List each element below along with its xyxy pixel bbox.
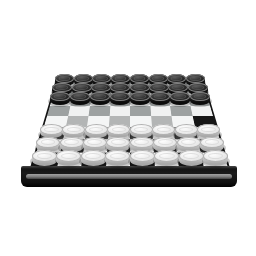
piece-top-face <box>60 137 84 148</box>
piece-groove-ring <box>85 153 101 159</box>
checker-piece-black-r2c1[interactable] <box>70 92 91 105</box>
piece-top-face <box>168 83 188 92</box>
pieces-layer <box>0 0 256 256</box>
piece-groove-ring <box>67 127 81 133</box>
checkers-icon <box>0 0 256 256</box>
piece-top-face <box>83 137 107 148</box>
piece-top-face <box>170 92 191 101</box>
piece-groove-ring <box>61 153 77 159</box>
piece-top-face <box>130 92 151 101</box>
piece-top-face <box>130 150 155 162</box>
checker-piece-black-r2c3[interactable] <box>110 92 131 105</box>
piece-groove-ring <box>172 85 184 90</box>
piece-top-face <box>106 137 130 148</box>
piece-top-face <box>32 150 57 162</box>
piece-top-face <box>36 137 60 148</box>
piece-top-face <box>190 92 211 101</box>
piece-groove-ring <box>95 85 107 90</box>
piece-groove-ring <box>171 76 183 80</box>
piece-top-face <box>52 83 72 92</box>
checker-piece-white-r7c6[interactable] <box>179 150 204 166</box>
piece-top-face <box>92 74 111 83</box>
piece-top-face <box>40 124 63 135</box>
piece-groove-ring <box>183 153 199 159</box>
piece-top-face <box>153 137 177 148</box>
piece-groove-ring <box>134 153 150 159</box>
piece-groove-ring <box>89 127 103 133</box>
piece-groove-ring <box>152 76 164 80</box>
checker-piece-black-r2c4[interactable] <box>130 92 151 105</box>
piece-top-face <box>70 92 91 101</box>
piece-top-face <box>74 74 93 83</box>
piece-groove-ring <box>157 127 171 133</box>
piece-top-face <box>177 137 201 148</box>
piece-top-face <box>110 92 131 101</box>
checker-piece-white-r7c2[interactable] <box>81 150 106 166</box>
piece-top-face <box>149 83 169 92</box>
checker-piece-white-r7c5[interactable] <box>154 150 179 166</box>
piece-top-face <box>200 137 224 148</box>
piece-groove-ring <box>77 76 89 80</box>
piece-top-face <box>152 124 175 135</box>
piece-top-face <box>186 74 205 83</box>
checker-piece-white-r7c4[interactable] <box>130 150 155 166</box>
piece-groove-ring <box>154 94 167 99</box>
piece-groove-ring <box>44 127 58 133</box>
piece-groove-ring <box>64 139 79 145</box>
checker-piece-black-r2c5[interactable] <box>150 92 171 105</box>
piece-groove-ring <box>56 85 68 90</box>
checker-piece-black-r2c6[interactable] <box>170 92 191 105</box>
piece-groove-ring <box>134 94 147 99</box>
piece-groove-ring <box>181 139 196 145</box>
piece-groove-ring <box>158 139 173 145</box>
checker-piece-white-r7c1[interactable] <box>56 150 81 166</box>
piece-groove-ring <box>194 94 207 99</box>
piece-groove-ring <box>134 85 146 90</box>
piece-groove-ring <box>205 139 220 145</box>
piece-groove-ring <box>192 85 204 90</box>
piece-groove-ring <box>110 153 126 159</box>
piece-top-face <box>150 92 171 101</box>
piece-top-face <box>90 92 111 101</box>
piece-top-face <box>105 150 130 162</box>
piece-top-face <box>175 124 198 135</box>
piece-groove-ring <box>153 85 165 90</box>
piece-top-face <box>188 83 208 92</box>
piece-groove-ring <box>134 76 146 80</box>
piece-top-face <box>130 124 153 135</box>
piece-top-face <box>130 137 154 148</box>
checker-piece-black-r2c2[interactable] <box>90 92 111 105</box>
piece-groove-ring <box>201 127 215 133</box>
piece-groove-ring <box>59 76 71 80</box>
piece-groove-ring <box>96 76 108 80</box>
piece-groove-ring <box>134 139 149 145</box>
checker-piece-white-r5c0[interactable] <box>40 124 63 138</box>
piece-groove-ring <box>76 85 88 90</box>
piece-groove-ring <box>114 85 126 90</box>
piece-top-face <box>50 92 71 101</box>
piece-groove-ring <box>112 127 126 133</box>
checker-piece-white-r7c3[interactable] <box>105 150 130 166</box>
piece-top-face <box>149 74 168 83</box>
piece-top-face <box>81 150 106 162</box>
piece-groove-ring <box>179 127 193 133</box>
piece-top-face <box>62 124 85 135</box>
checker-piece-black-r2c0[interactable] <box>50 92 71 105</box>
piece-groove-ring <box>54 94 67 99</box>
piece-groove-ring <box>174 94 187 99</box>
piece-top-face <box>85 124 108 135</box>
piece-groove-ring <box>74 94 87 99</box>
piece-top-face <box>130 74 149 83</box>
piece-top-face <box>107 124 130 135</box>
piece-groove-ring <box>37 153 53 159</box>
piece-groove-ring <box>111 139 126 145</box>
piece-groove-ring <box>114 94 127 99</box>
piece-top-face <box>72 83 92 92</box>
piece-groove-ring <box>41 139 56 145</box>
piece-groove-ring <box>208 153 224 159</box>
piece-top-face <box>110 83 130 92</box>
checker-piece-black-r2c7[interactable] <box>190 92 211 105</box>
checker-piece-white-r7c0[interactable] <box>32 150 57 166</box>
piece-top-face <box>179 150 204 162</box>
piece-top-face <box>130 83 150 92</box>
piece-top-face <box>56 150 81 162</box>
piece-groove-ring <box>159 153 175 159</box>
piece-top-face <box>197 124 220 135</box>
piece-top-face <box>154 150 179 162</box>
piece-groove-ring <box>190 76 202 80</box>
piece-groove-ring <box>87 139 102 145</box>
piece-top-face <box>203 150 228 162</box>
piece-groove-ring <box>94 94 107 99</box>
piece-groove-ring <box>134 127 148 133</box>
piece-top-face <box>91 83 111 92</box>
checker-piece-white-r7c7[interactable] <box>203 150 228 166</box>
piece-groove-ring <box>115 76 127 80</box>
